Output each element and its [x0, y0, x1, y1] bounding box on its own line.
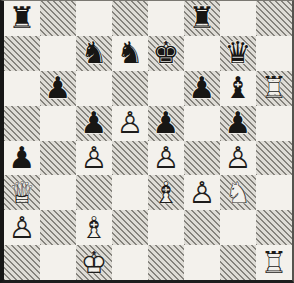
square-h1[interactable]: ♜♖: [256, 245, 292, 280]
square-a3[interactable]: ♛♕: [4, 175, 40, 210]
black-knight: ♞: [117, 38, 144, 68]
white-knight: ♞♘: [225, 178, 252, 208]
square-a6[interactable]: [4, 71, 40, 106]
white-pawn: ♟♙: [225, 143, 252, 173]
square-e8[interactable]: [148, 1, 184, 36]
black-pawn: ♟: [153, 108, 180, 138]
black-bishop: ♝: [225, 73, 252, 103]
square-f6[interactable]: ♟: [184, 71, 220, 106]
square-a4[interactable]: ♟: [4, 141, 40, 176]
black-queen: ♛: [225, 38, 252, 68]
square-b6[interactable]: ♟: [40, 71, 76, 106]
square-c7[interactable]: ♞: [76, 36, 112, 71]
white-rook: ♜♖: [261, 73, 288, 103]
square-a1[interactable]: [4, 245, 40, 280]
square-c2[interactable]: ♝♗: [76, 210, 112, 245]
square-b8[interactable]: [40, 1, 76, 36]
square-g7[interactable]: ♛: [220, 36, 256, 71]
square-h8[interactable]: [256, 1, 292, 36]
square-b3[interactable]: [40, 175, 76, 210]
square-f3[interactable]: ♟♙: [184, 175, 220, 210]
square-d8[interactable]: [112, 1, 148, 36]
square-b7[interactable]: [40, 36, 76, 71]
square-c4[interactable]: ♟♙: [76, 141, 112, 176]
white-pawn: ♟♙: [81, 143, 108, 173]
square-g1[interactable]: [220, 245, 256, 280]
square-e4[interactable]: ♟♙: [148, 141, 184, 176]
square-e3[interactable]: ♝♗: [148, 175, 184, 210]
black-king: ♚: [153, 38, 180, 68]
white-queen: ♛♕: [9, 178, 36, 208]
square-f5[interactable]: [184, 106, 220, 141]
square-f7[interactable]: [184, 36, 220, 71]
square-e7[interactable]: ♚: [148, 36, 184, 71]
square-h6[interactable]: ♜♖: [256, 71, 292, 106]
square-h5[interactable]: [256, 106, 292, 141]
square-f8[interactable]: ♜: [184, 1, 220, 36]
square-e6[interactable]: [148, 71, 184, 106]
square-h7[interactable]: [256, 36, 292, 71]
square-g4[interactable]: ♟♙: [220, 141, 256, 176]
square-g3[interactable]: ♞♘: [220, 175, 256, 210]
square-c8[interactable]: [76, 1, 112, 36]
square-c3[interactable]: [76, 175, 112, 210]
square-c5[interactable]: ♟: [76, 106, 112, 141]
white-king: ♚♔: [81, 248, 108, 278]
square-h3[interactable]: [256, 175, 292, 210]
chess-board: ♜♜♞♞♚♛♟♟♝♜♖♟♟♙♟♟♟♟♙♟♙♟♙♛♕♝♗♟♙♞♘♟♙♝♗♚♔♜♖: [0, 0, 294, 283]
square-h4[interactable]: [256, 141, 292, 176]
square-f1[interactable]: [184, 245, 220, 280]
white-pawn: ♟♙: [153, 143, 180, 173]
square-g6[interactable]: ♝: [220, 71, 256, 106]
square-f4[interactable]: [184, 141, 220, 176]
square-a8[interactable]: ♜: [4, 1, 40, 36]
black-pawn: ♟: [9, 143, 36, 173]
square-c6[interactable]: [76, 71, 112, 106]
white-pawn: ♟♙: [117, 108, 144, 138]
square-b4[interactable]: [40, 141, 76, 176]
black-rook: ♜: [9, 3, 36, 33]
square-a7[interactable]: [4, 36, 40, 71]
black-pawn: ♟: [45, 73, 72, 103]
square-b5[interactable]: [40, 106, 76, 141]
square-g5[interactable]: ♟: [220, 106, 256, 141]
square-h2[interactable]: [256, 210, 292, 245]
square-e5[interactable]: ♟: [148, 106, 184, 141]
square-d4[interactable]: [112, 141, 148, 176]
black-pawn: ♟: [225, 108, 252, 138]
square-a5[interactable]: [4, 106, 40, 141]
black-pawn: ♟: [81, 108, 108, 138]
black-knight: ♞: [81, 38, 108, 68]
square-d2[interactable]: [112, 210, 148, 245]
square-e1[interactable]: [148, 245, 184, 280]
black-rook: ♜: [189, 3, 216, 33]
square-g8[interactable]: [220, 1, 256, 36]
square-d1[interactable]: [112, 245, 148, 280]
square-e2[interactable]: [148, 210, 184, 245]
square-d5[interactable]: ♟♙: [112, 106, 148, 141]
white-bishop: ♝♗: [153, 178, 180, 208]
square-d7[interactable]: ♞: [112, 36, 148, 71]
square-d3[interactable]: [112, 175, 148, 210]
white-pawn: ♟♙: [9, 213, 36, 243]
square-d6[interactable]: [112, 71, 148, 106]
white-rook: ♜♖: [261, 248, 288, 278]
square-b1[interactable]: [40, 245, 76, 280]
square-c1[interactable]: ♚♔: [76, 245, 112, 280]
square-g2[interactable]: [220, 210, 256, 245]
square-a2[interactable]: ♟♙: [4, 210, 40, 245]
black-pawn: ♟: [189, 73, 216, 103]
white-pawn: ♟♙: [189, 178, 216, 208]
square-f2[interactable]: [184, 210, 220, 245]
white-bishop: ♝♗: [81, 213, 108, 243]
square-b2[interactable]: [40, 210, 76, 245]
